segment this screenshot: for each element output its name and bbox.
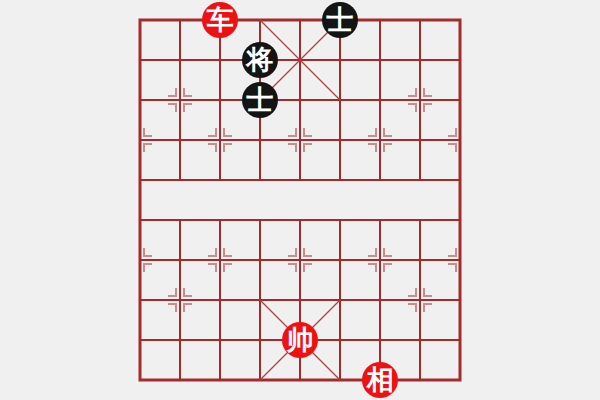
board-point-5-0: 士 [320,0,360,40]
piece-red-general[interactable]: 帅 [282,322,318,358]
board-point-3-2: 士 [240,80,280,120]
board-point-2-0: 车 [200,0,240,40]
board-point-4-8: 帅 [280,320,320,360]
piece-black-advisor[interactable]: 士 [242,82,278,118]
board-point-3-1: 将 [240,40,280,80]
piece-black-general[interactable]: 将 [242,42,278,78]
piece-red-elephant[interactable]: 相 [362,362,398,398]
piece-red-chariot[interactable]: 车 [202,2,238,38]
board-point-6-9: 相 [360,360,400,400]
xiangqi-app: 车士将士帅相 [0,0,600,400]
piece-black-advisor[interactable]: 士 [322,2,358,38]
piece-layer: 车士将士帅相 [120,0,480,400]
